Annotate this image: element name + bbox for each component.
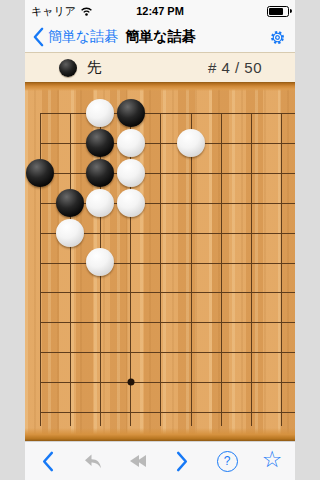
black-stone: [86, 159, 114, 187]
board-cell[interactable]: [236, 218, 266, 248]
board-cell[interactable]: [267, 247, 296, 277]
battery-icon: [267, 6, 289, 17]
gear-icon: [269, 29, 286, 46]
board-cell[interactable]: [206, 98, 236, 128]
board-cell[interactable]: [267, 397, 296, 427]
board-cell[interactable]: [116, 367, 146, 397]
board-cell[interactable]: [176, 247, 206, 277]
question-mark-circle-icon: ?: [217, 451, 238, 472]
board-cell[interactable]: [116, 247, 146, 277]
to-play-label: 先: [87, 58, 102, 77]
board-cell[interactable]: [206, 337, 236, 367]
question-mark: ?: [224, 454, 231, 468]
board-cell[interactable]: [236, 307, 266, 337]
board-cell[interactable]: [55, 128, 85, 158]
board-cell[interactable]: [25, 367, 55, 397]
board-cell[interactable]: [206, 188, 236, 218]
carrier-label: キャリア: [31, 4, 76, 19]
white-stone: [177, 129, 205, 157]
board-cell[interactable]: [206, 277, 236, 307]
board-cell[interactable]: [55, 98, 85, 128]
white-stone: [86, 189, 114, 217]
board-cell[interactable]: [146, 307, 176, 337]
chevron-left-icon: [33, 27, 44, 47]
board-cell[interactable]: [116, 337, 146, 367]
previous-problem-button[interactable]: [35, 448, 61, 474]
board-cell[interactable]: [176, 158, 206, 188]
star-outline-icon: ☆: [262, 448, 283, 471]
double-rewind-icon: [130, 455, 146, 467]
board-cell[interactable]: [206, 367, 236, 397]
nav-bar: 簡単な詰碁 簡単な詰碁: [25, 22, 295, 52]
board-cell[interactable]: [236, 188, 266, 218]
board-cell[interactable]: [176, 218, 206, 248]
board-cell[interactable]: [55, 337, 85, 367]
board-cell[interactable]: [146, 158, 176, 188]
board-cell[interactable]: [267, 188, 296, 218]
board-cell[interactable]: [146, 247, 176, 277]
board-cell[interactable]: [267, 218, 296, 248]
app-screen: キャリア 12:47 PM 簡単な詰碁 簡単な詰碁: [25, 0, 295, 480]
board-cell[interactable]: [206, 397, 236, 427]
board-cell[interactable]: [116, 397, 146, 427]
board-cell[interactable]: [146, 188, 176, 218]
board-cell[interactable]: [85, 188, 115, 218]
board-cell[interactable]: [236, 247, 266, 277]
board-cell[interactable]: [206, 158, 236, 188]
board-cell[interactable]: [146, 128, 176, 158]
board-cell[interactable]: [236, 337, 266, 367]
board-cell[interactable]: [55, 367, 85, 397]
board-cell[interactable]: [176, 307, 206, 337]
board-cell[interactable]: [55, 277, 85, 307]
status-left: キャリア: [31, 4, 93, 19]
board-cell[interactable]: [267, 367, 296, 397]
white-stone: [117, 129, 145, 157]
board-cell[interactable]: [85, 218, 115, 248]
white-stone: [86, 99, 114, 127]
board-cell[interactable]: [146, 337, 176, 367]
board-cell[interactable]: [55, 218, 85, 248]
page-title: 簡単な詰碁: [125, 28, 195, 46]
back-button[interactable]: 簡単な詰碁: [33, 27, 118, 47]
board-cell[interactable]: [25, 188, 55, 218]
board-cell[interactable]: [176, 367, 206, 397]
board-cell[interactable]: [85, 337, 115, 367]
board-cell[interactable]: [236, 397, 266, 427]
white-stone: [56, 219, 84, 247]
status-bar: キャリア 12:47 PM: [25, 0, 295, 22]
stones-grid: [25, 98, 295, 427]
puzzle-info-bar: 先 # 4 / 50: [25, 52, 295, 82]
next-problem-button[interactable]: [169, 448, 195, 474]
board-cell[interactable]: [146, 367, 176, 397]
board-cell[interactable]: [55, 188, 85, 218]
board-cell[interactable]: [116, 128, 146, 158]
board-cell[interactable]: [236, 158, 266, 188]
board-cell[interactable]: [25, 277, 55, 307]
board-cell[interactable]: [236, 128, 266, 158]
board-cell[interactable]: [116, 218, 146, 248]
board-cell[interactable]: [206, 128, 236, 158]
board-cell[interactable]: [267, 277, 296, 307]
board-cell[interactable]: [85, 307, 115, 337]
board-cell[interactable]: [25, 247, 55, 277]
board-cell[interactable]: [236, 98, 266, 128]
board-cell[interactable]: [176, 188, 206, 218]
board-bottom-edge: [25, 428, 295, 441]
rewind-button[interactable]: [125, 448, 151, 474]
rewind-triangle: [137, 455, 146, 467]
board-cell[interactable]: [25, 397, 55, 427]
board-cell[interactable]: [236, 277, 266, 307]
board-cell[interactable]: [55, 397, 85, 427]
board-cell[interactable]: [206, 247, 236, 277]
board-cell[interactable]: [85, 98, 115, 128]
board-cell[interactable]: [25, 128, 55, 158]
board-cell[interactable]: [85, 367, 115, 397]
wifi-icon: [80, 6, 93, 16]
board-cell[interactable]: [85, 128, 115, 158]
board-cell[interactable]: [146, 397, 176, 427]
black-stone: [86, 129, 114, 157]
board-cell[interactable]: [176, 98, 206, 128]
black-stone: [26, 159, 54, 187]
black-stone: [56, 189, 84, 217]
board-cell[interactable]: [267, 307, 296, 337]
board-cell[interactable]: [176, 397, 206, 427]
settings-button[interactable]: [267, 27, 287, 47]
board-cell[interactable]: [85, 247, 115, 277]
board-cell[interactable]: [25, 307, 55, 337]
undo-button[interactable]: [80, 448, 106, 474]
chevron-right-icon: [176, 451, 188, 472]
board-top-edge: [25, 82, 295, 91]
board-cell[interactable]: [176, 277, 206, 307]
board-cell[interactable]: [176, 337, 206, 367]
white-stone: [86, 248, 114, 276]
undo-arrow-icon: [82, 452, 104, 470]
board-cell[interactable]: [206, 218, 236, 248]
board-cell[interactable]: [85, 397, 115, 427]
favorite-button[interactable]: ☆: [259, 448, 285, 474]
board-cell[interactable]: [55, 158, 85, 188]
board-cell[interactable]: [116, 98, 146, 128]
board-cell[interactable]: [116, 188, 146, 218]
board-cell[interactable]: [146, 98, 176, 128]
board-cell[interactable]: [25, 337, 55, 367]
hint-button[interactable]: ?: [214, 448, 240, 474]
black-stone: [117, 99, 145, 127]
white-stone: [117, 159, 145, 187]
black-to-play-stone-icon: [59, 59, 77, 77]
board-cell[interactable]: [267, 158, 296, 188]
board-cell[interactable]: [206, 307, 236, 337]
board-cell[interactable]: [116, 307, 146, 337]
back-button-label: 簡単な詰碁: [48, 28, 118, 46]
board-cell[interactable]: [267, 128, 296, 158]
board-cell[interactable]: [85, 158, 115, 188]
battery-level: [269, 8, 283, 15]
board-cell[interactable]: [146, 218, 176, 248]
board-cell[interactable]: [55, 247, 85, 277]
board-cell[interactable]: [176, 128, 206, 158]
chevron-left-icon: [42, 451, 54, 472]
board-cell[interactable]: [85, 277, 115, 307]
board-cell[interactable]: [267, 98, 296, 128]
white-stone: [117, 189, 145, 217]
puzzle-counter: # 4 / 50: [208, 59, 262, 76]
board-cell[interactable]: [25, 98, 55, 128]
board-cell[interactable]: [25, 218, 55, 248]
board-cell[interactable]: [116, 277, 146, 307]
board-cell[interactable]: [55, 307, 85, 337]
toolbar: ? ☆: [25, 441, 295, 480]
board-cell[interactable]: [146, 277, 176, 307]
board-cell[interactable]: [116, 158, 146, 188]
board-cell[interactable]: [267, 337, 296, 367]
board-cell[interactable]: [25, 158, 55, 188]
board-cell[interactable]: [236, 367, 266, 397]
go-board[interactable]: [25, 82, 295, 441]
